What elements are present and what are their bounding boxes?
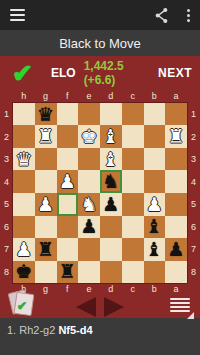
square-c1[interactable] <box>122 103 144 125</box>
next-puzzle-button[interactable]: NEXT <box>158 66 192 80</box>
square-d2[interactable]: ♝ <box>100 125 122 147</box>
square-a3[interactable] <box>165 148 187 170</box>
square-f6[interactable] <box>57 216 79 238</box>
square-f5[interactable] <box>57 193 79 215</box>
square-c7[interactable] <box>122 238 144 260</box>
square-h3[interactable]: ♛ <box>13 148 35 170</box>
rank-label-1-left: 1 <box>0 103 13 126</box>
rank-label-5-left: 5 <box>0 193 13 216</box>
rank-label-8-left: 8 <box>0 261 13 284</box>
square-c3[interactable] <box>122 148 144 170</box>
square-g6[interactable] <box>35 216 57 238</box>
square-g5[interactable]: ♟ <box>35 193 57 215</box>
rank-label-4-right: 4 <box>187 171 200 194</box>
file-label-a: a <box>165 283 187 296</box>
solved-checkmark-icon: ✔ <box>12 61 33 86</box>
square-e4[interactable] <box>78 170 100 193</box>
square-h4[interactable] <box>13 170 35 193</box>
square-g2[interactable]: ♜ <box>35 125 57 147</box>
black-king-h8: ♚ <box>15 262 32 281</box>
square-h6[interactable] <box>13 216 35 238</box>
rank-label-8-right: 8 <box>187 261 200 284</box>
square-e6[interactable]: ♟ <box>78 216 100 238</box>
file-label-f: f <box>57 283 79 296</box>
square-b8[interactable] <box>144 261 166 283</box>
file-label-g: g <box>35 90 57 103</box>
white-king-e2: ♚ <box>81 127 98 146</box>
file-label-h: h <box>13 90 35 103</box>
white-pawn-g5: ♟ <box>37 195 54 214</box>
square-e7[interactable] <box>78 238 100 260</box>
rank-label-6-right: 6 <box>187 216 200 239</box>
file-label-c: c <box>122 283 144 296</box>
square-d7[interactable] <box>100 238 122 260</box>
square-b3[interactable] <box>144 148 166 170</box>
file-label-e: e <box>78 283 100 296</box>
rank-label-5-right: 5 <box>187 193 200 216</box>
square-c4[interactable] <box>122 170 144 193</box>
move-list-button[interactable] <box>170 298 192 316</box>
white-rook-g2: ♜ <box>37 127 54 146</box>
square-h2[interactable] <box>13 125 35 147</box>
square-g7[interactable]: ♜ <box>35 238 57 260</box>
rank-label-2-left: 2 <box>0 126 13 149</box>
square-f3[interactable] <box>57 148 79 170</box>
square-d4[interactable]: ♞ <box>100 170 122 193</box>
black-pawn-e6: ♟ <box>81 217 98 236</box>
file-label-f: f <box>57 90 79 103</box>
square-e5[interactable]: ♞ <box>78 193 100 215</box>
elo-label: ELO <box>51 66 76 80</box>
overflow-menu-icon[interactable] <box>176 0 200 30</box>
black-bishop-b7: ♝ <box>146 240 163 259</box>
rank-label-7-right: 7 <box>187 238 200 261</box>
square-b7[interactable]: ♝ <box>144 238 166 260</box>
white-knight-e5: ♞ <box>81 195 98 214</box>
square-d8[interactable] <box>100 261 122 283</box>
white-pawn-h7: ♟ <box>15 240 32 259</box>
file-label-e: e <box>78 90 100 103</box>
board: ♛♜♚♝♜♛♝♟♞♟♞♟♟♟♝♟♜♝♟♚♜ <box>13 103 187 283</box>
file-label-a: a <box>165 90 187 103</box>
black-knight-d4: ♞ <box>102 172 119 191</box>
square-c8[interactable] <box>122 261 144 283</box>
white-bishop-d3: ♝ <box>102 150 119 169</box>
square-g3[interactable] <box>35 148 57 170</box>
move-number: 1. <box>7 324 19 336</box>
square-f8[interactable]: ♜ <box>57 261 79 283</box>
square-f2[interactable] <box>57 125 79 147</box>
white-bishop-d2: ♝ <box>102 127 119 146</box>
square-b1[interactable] <box>144 103 166 125</box>
black-pawn-d5: ♟ <box>102 195 119 214</box>
square-a1[interactable] <box>165 103 187 125</box>
file-label-b: b <box>144 283 166 296</box>
file-label-c: c <box>122 90 144 103</box>
file-label-g: g <box>35 283 57 296</box>
solved-tick-icon: ✔ <box>17 299 27 313</box>
square-a6[interactable] <box>165 216 187 238</box>
square-b4[interactable] <box>144 170 166 193</box>
next-move-arrow-button[interactable] <box>104 297 124 317</box>
rank-label-6-left: 6 <box>0 216 13 239</box>
app-window: Black to Move ✔ ELO 1,442.5 (+6.6) NEXT … <box>0 0 200 355</box>
square-b2[interactable] <box>144 125 166 147</box>
white-move-text: Rh2-g2 <box>19 324 58 336</box>
square-b6[interactable]: ♝ <box>144 216 166 238</box>
rank-label-1-right: 1 <box>187 103 200 126</box>
square-c5[interactable] <box>122 193 144 215</box>
square-f7[interactable] <box>57 238 79 260</box>
rank-label-7-left: 7 <box>0 238 13 261</box>
rank-labels-left: 12345678 <box>0 103 13 283</box>
square-e8[interactable] <box>78 261 100 283</box>
square-h8[interactable]: ♚ <box>13 261 35 283</box>
file-labels-top: hgfedcba <box>0 90 200 103</box>
black-move-text: Nf5-d4 <box>58 324 92 336</box>
rank-label-3-left: 3 <box>0 148 13 171</box>
top-toolbar <box>0 0 200 30</box>
navigation-row: ✔ <box>0 296 200 318</box>
square-d1[interactable] <box>100 103 122 125</box>
square-d3[interactable]: ♝ <box>100 148 122 170</box>
square-h7[interactable]: ♟ <box>13 238 35 260</box>
square-h1[interactable] <box>13 103 35 125</box>
page-title: Black to Move <box>0 30 200 56</box>
square-a7[interactable]: ♟ <box>165 238 187 260</box>
file-label-d: d <box>100 283 122 296</box>
square-a8[interactable] <box>165 261 187 283</box>
square-g4[interactable] <box>35 170 57 193</box>
square-f4[interactable]: ♟ <box>57 170 79 193</box>
file-label-b: b <box>144 90 166 103</box>
rank-label-3-right: 3 <box>187 148 200 171</box>
square-g8[interactable] <box>35 261 57 283</box>
black-queen-g1: ♛ <box>37 105 54 124</box>
square-a5[interactable] <box>165 193 187 215</box>
square-e3[interactable] <box>78 148 100 170</box>
white-pawn-b5: ♟ <box>146 195 163 214</box>
square-a2[interactable]: ♜ <box>165 125 187 147</box>
move-list-bar[interactable]: 1. Rh2-g2 Nf5-d4 <box>0 318 200 355</box>
black-rook-g7: ♜ <box>37 240 54 259</box>
hamburger-menu-icon[interactable] <box>0 0 30 30</box>
previous-move-arrow-button[interactable] <box>76 297 96 317</box>
black-pawn-a7: ♟ <box>168 240 185 259</box>
share-icon[interactable] <box>146 0 176 30</box>
resize-corner-icon <box>187 312 194 319</box>
square-d6[interactable] <box>100 216 122 238</box>
status-row: ✔ ELO 1,442.5 (+6.6) NEXT <box>0 56 200 90</box>
square-h5[interactable] <box>13 193 35 215</box>
square-a4[interactable] <box>165 170 187 193</box>
white-queen-h3: ♛ <box>15 150 32 169</box>
square-c2[interactable] <box>122 125 144 147</box>
rank-labels-right: 12345678 <box>187 103 200 283</box>
solved-cards-icon[interactable]: ✔ <box>8 290 34 318</box>
square-e1[interactable] <box>78 103 100 125</box>
square-e2[interactable]: ♚ <box>78 125 100 147</box>
square-g1[interactable]: ♛ <box>35 103 57 125</box>
rank-label-4-left: 4 <box>0 171 13 194</box>
black-bishop-b6: ♝ <box>146 217 163 236</box>
elo-value: 1,442.5 (+6.6) <box>84 59 158 87</box>
rank-label-2-right: 2 <box>187 126 200 149</box>
square-d5[interactable]: ♟ <box>100 193 122 215</box>
square-b5[interactable]: ♟ <box>144 193 166 215</box>
white-rook-a2: ♜ <box>168 127 185 146</box>
file-label-d: d <box>100 90 122 103</box>
black-rook-f8: ♜ <box>59 262 76 281</box>
square-f1[interactable] <box>57 103 79 125</box>
white-pawn-f4: ♟ <box>59 172 76 191</box>
square-c6[interactable] <box>122 216 144 238</box>
